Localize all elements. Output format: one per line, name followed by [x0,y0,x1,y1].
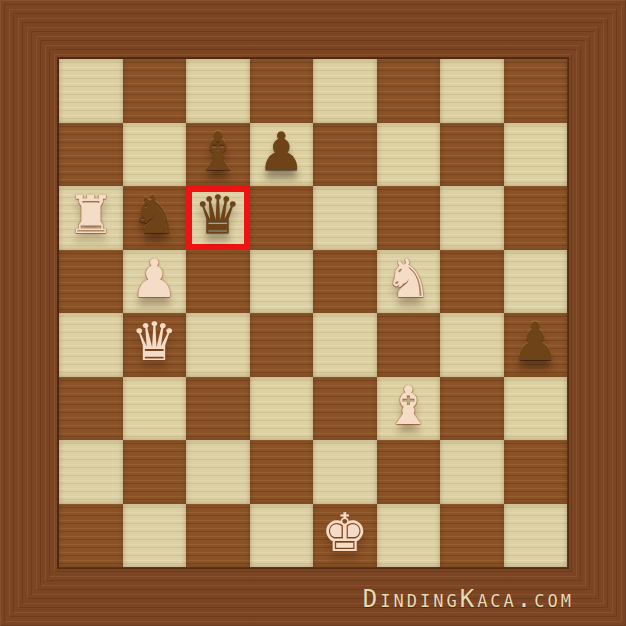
chess-board: ♝♟♜♞♛♟♞♛♟♝♚ [59,59,567,567]
piece-black-pawn-d7: ♟ [257,125,305,178]
square-f1[interactable] [377,504,441,568]
piece-white-rook-a6: ♜ [67,188,115,241]
square-g8[interactable] [440,59,504,123]
square-b2[interactable] [123,440,187,504]
piece-white-king-e1: ♚ [321,506,369,559]
square-c3[interactable] [186,377,250,441]
square-g1[interactable] [440,504,504,568]
board-frame-left [0,0,59,626]
square-c8[interactable] [186,59,250,123]
square-e1[interactable]: ♚ [313,504,377,568]
piece-white-bishop-f3: ♝ [384,379,432,432]
square-g7[interactable] [440,123,504,187]
square-a5[interactable] [59,250,123,314]
square-e4[interactable] [313,313,377,377]
square-c4[interactable] [186,313,250,377]
square-a3[interactable] [59,377,123,441]
square-c2[interactable] [186,440,250,504]
square-a1[interactable] [59,504,123,568]
square-h2[interactable] [504,440,568,504]
square-g5[interactable] [440,250,504,314]
square-d7[interactable]: ♟ [250,123,314,187]
square-g6[interactable] [440,186,504,250]
square-d4[interactable] [250,313,314,377]
square-c1[interactable] [186,504,250,568]
square-c7[interactable]: ♝ [186,123,250,187]
piece-black-knight-b6: ♞ [130,188,178,241]
piece-white-pawn-b5: ♟ [130,252,178,305]
square-e6[interactable] [313,186,377,250]
square-e8[interactable] [313,59,377,123]
square-g3[interactable] [440,377,504,441]
square-d8[interactable] [250,59,314,123]
board-frame-top [0,0,626,59]
piece-white-queen-b4: ♛ [130,315,178,368]
square-h8[interactable] [504,59,568,123]
square-f6[interactable] [377,186,441,250]
square-f2[interactable] [377,440,441,504]
square-d6[interactable] [250,186,314,250]
watermark-text: DindingKaca.com [363,585,574,613]
square-e3[interactable] [313,377,377,441]
chess-board-wallpaper: ♝♟♜♞♛♟♞♛♟♝♚ DindingKaca.com [0,0,626,626]
square-d5[interactable] [250,250,314,314]
square-h1[interactable] [504,504,568,568]
piece-white-knight-f5: ♞ [384,252,432,305]
square-h7[interactable] [504,123,568,187]
square-f5[interactable]: ♞ [377,250,441,314]
square-d2[interactable] [250,440,314,504]
square-a4[interactable] [59,313,123,377]
square-a2[interactable] [59,440,123,504]
square-c5[interactable] [186,250,250,314]
square-g4[interactable] [440,313,504,377]
piece-black-queen-c6: ♛ [194,188,242,241]
square-h6[interactable] [504,186,568,250]
square-f7[interactable] [377,123,441,187]
square-e2[interactable] [313,440,377,504]
square-b4[interactable]: ♛ [123,313,187,377]
square-h4[interactable]: ♟ [504,313,568,377]
square-d3[interactable] [250,377,314,441]
piece-black-bishop-c7: ♝ [194,125,242,178]
square-g2[interactable] [440,440,504,504]
square-a8[interactable] [59,59,123,123]
square-b5[interactable]: ♟ [123,250,187,314]
square-h5[interactable] [504,250,568,314]
piece-black-pawn-h4: ♟ [511,315,559,368]
square-f3[interactable]: ♝ [377,377,441,441]
square-a6[interactable]: ♜ [59,186,123,250]
board-frame-right [567,0,626,626]
square-b8[interactable] [123,59,187,123]
square-b1[interactable] [123,504,187,568]
square-b6[interactable]: ♞ [123,186,187,250]
square-f8[interactable] [377,59,441,123]
square-f4[interactable] [377,313,441,377]
square-e7[interactable] [313,123,377,187]
square-e5[interactable] [313,250,377,314]
square-b3[interactable] [123,377,187,441]
square-h3[interactable] [504,377,568,441]
square-a7[interactable] [59,123,123,187]
square-c6-highlighted[interactable]: ♛ [186,186,250,250]
square-b7[interactable] [123,123,187,187]
square-d1[interactable] [250,504,314,568]
